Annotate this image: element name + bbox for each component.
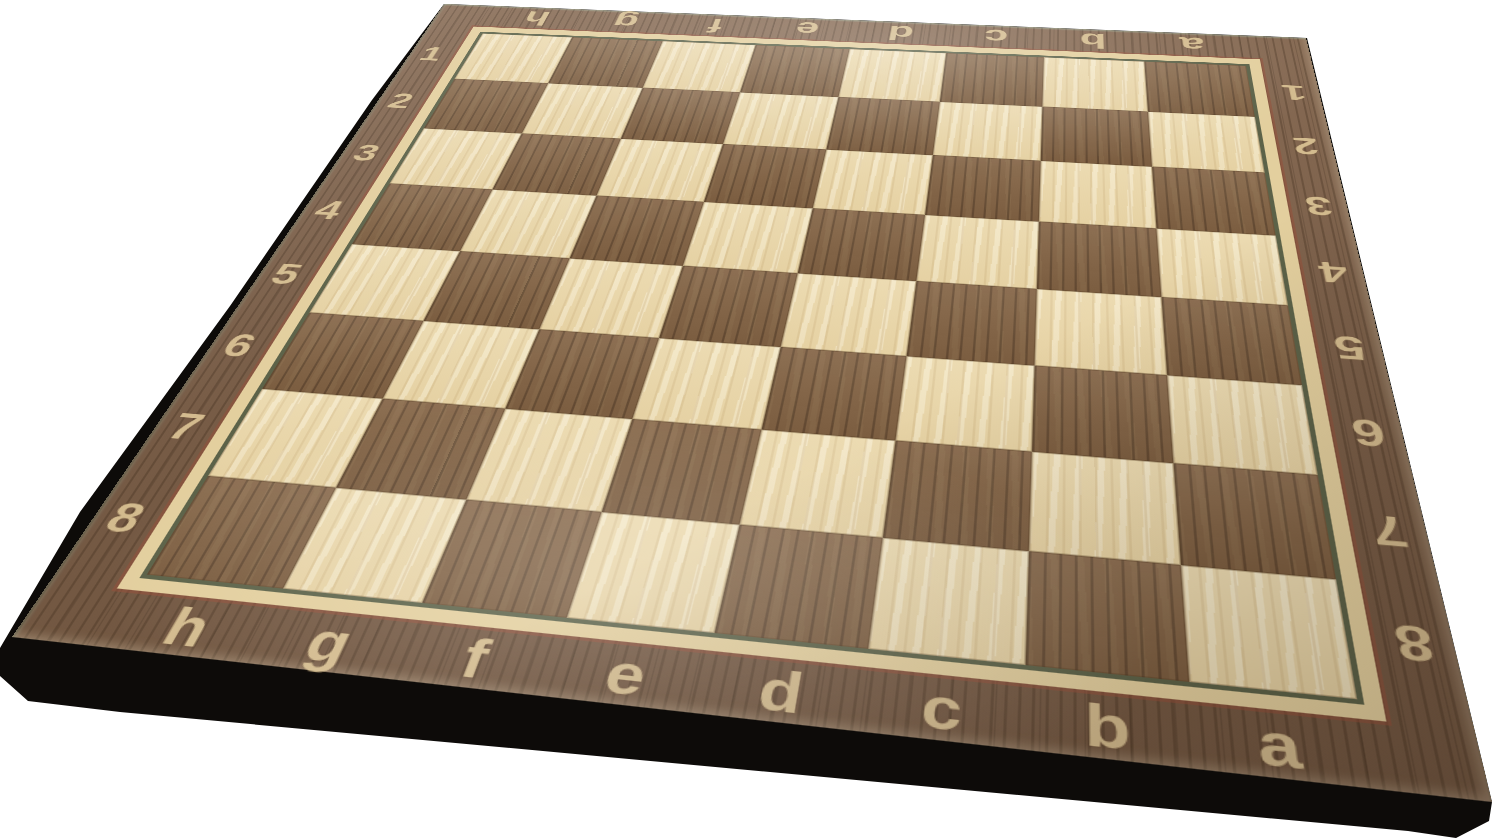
square-b6 — [1032, 365, 1173, 463]
square-e3 — [704, 144, 827, 208]
chessboard-photo: hgfedcba hgfedcba 12345678 12345678 — [0, 0, 1500, 839]
rank-label-right-3: 3 — [1303, 192, 1336, 219]
rank-label-left-2: 2 — [383, 90, 418, 111]
file-label-top-e: e — [793, 19, 821, 39]
square-a5 — [1161, 297, 1302, 385]
file-label-top-f: f — [705, 15, 726, 35]
file-label-bottom-e: e — [599, 646, 652, 705]
square-d1 — [839, 49, 946, 102]
square-c7 — [882, 440, 1032, 550]
rank-label-left-7: 7 — [160, 408, 211, 446]
square-c6 — [895, 356, 1035, 452]
square-f3 — [597, 139, 723, 202]
rank-label-left-6: 6 — [216, 329, 262, 362]
file-label-bottom-d: d — [754, 662, 807, 723]
square-c2 — [932, 102, 1042, 161]
rank-label-left-8: 8 — [97, 497, 153, 540]
rank-label-right-2: 2 — [1291, 134, 1322, 158]
square-d8 — [714, 524, 882, 649]
file-label-bottom-a: a — [1254, 713, 1305, 779]
square-f2 — [621, 88, 740, 145]
square-c1 — [939, 53, 1043, 106]
square-b3 — [1039, 161, 1156, 228]
square-a2 — [1147, 111, 1264, 172]
file-label-bottom-h: h — [154, 600, 221, 655]
rank-label-right-4: 4 — [1316, 257, 1351, 288]
rank-label-right-7: 7 — [1368, 508, 1413, 554]
square-e6 — [632, 338, 781, 430]
file-label-bottom-g: g — [297, 615, 361, 671]
square-a4 — [1156, 228, 1288, 305]
file-label-top-g: g — [609, 11, 642, 31]
square-b7 — [1029, 452, 1180, 565]
square-d7 — [740, 430, 895, 538]
square-d2 — [826, 97, 939, 155]
file-label-top-a: a — [1179, 34, 1206, 56]
square-c3 — [925, 155, 1041, 221]
file-label-top-d: d — [886, 22, 915, 43]
square-d5 — [781, 273, 916, 355]
rank-label-right-5: 5 — [1331, 330, 1369, 365]
square-b5 — [1035, 289, 1167, 375]
rank-label-left-5: 5 — [265, 260, 308, 289]
square-b8 — [1025, 551, 1188, 682]
square-a6 — [1166, 375, 1317, 475]
square-f1 — [643, 41, 755, 92]
rank-label-left-1: 1 — [415, 44, 448, 63]
square-d6 — [762, 347, 906, 441]
square-b4 — [1037, 221, 1161, 297]
rank-label-left-3: 3 — [348, 141, 385, 165]
square-b1 — [1042, 57, 1147, 111]
rank-label-left-4: 4 — [309, 197, 349, 223]
square-c4 — [916, 215, 1039, 289]
rank-label-right-6: 6 — [1349, 413, 1390, 453]
square-e1 — [740, 45, 850, 97]
file-label-bottom-b: b — [1084, 695, 1131, 760]
square-a1 — [1144, 61, 1255, 116]
square-b2 — [1041, 106, 1152, 166]
file-label-bottom-f: f — [454, 631, 496, 687]
square-e4 — [682, 202, 812, 274]
square-d3 — [813, 150, 933, 215]
square-c8 — [868, 537, 1029, 665]
square-a7 — [1173, 463, 1336, 579]
rank-label-right-8: 8 — [1391, 617, 1440, 670]
square-d4 — [798, 208, 925, 281]
square-a3 — [1151, 167, 1275, 236]
square-e7 — [601, 419, 761, 524]
square-e5 — [659, 266, 798, 347]
file-label-top-h: h — [520, 8, 555, 28]
file-label-bottom-c: c — [919, 678, 964, 740]
file-label-top-b: b — [1080, 30, 1107, 51]
file-label-top-c: c — [983, 26, 1009, 47]
square-e2 — [723, 92, 839, 149]
square-c5 — [906, 281, 1037, 365]
rank-label-right-1: 1 — [1280, 82, 1309, 104]
square-a8 — [1180, 565, 1357, 700]
